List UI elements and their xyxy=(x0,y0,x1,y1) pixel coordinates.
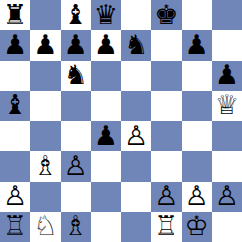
square-e7[interactable]: ♞ xyxy=(121,30,151,60)
black-knight-icon: ♞ xyxy=(64,61,88,88)
square-f3[interactable] xyxy=(151,151,181,181)
square-c3[interactable]: ♙ xyxy=(61,151,91,181)
square-b4[interactable] xyxy=(30,121,60,151)
white-pawn-icon: ♙ xyxy=(154,182,178,209)
chess-board: ♜♝♛♚♟♟♟♟♞♟♞♟♝♕♟♙♗♙♙♙♙♙♖♘♗♖♔ xyxy=(0,0,242,242)
white-king-icon: ♔ xyxy=(185,212,209,239)
square-e3[interactable] xyxy=(121,151,151,181)
square-b8[interactable] xyxy=(30,0,60,30)
square-h6[interactable]: ♟ xyxy=(212,61,242,91)
square-g8[interactable] xyxy=(182,0,212,30)
square-f5[interactable] xyxy=(151,91,181,121)
square-h1[interactable] xyxy=(212,212,242,242)
square-b7[interactable]: ♟ xyxy=(30,30,60,60)
white-pawn-icon: ♙ xyxy=(64,152,88,179)
square-e4[interactable]: ♙ xyxy=(121,121,151,151)
black-pawn-icon: ♟ xyxy=(3,31,27,58)
square-b2[interactable] xyxy=(30,182,60,212)
white-knight-icon: ♘ xyxy=(33,212,57,239)
square-c4[interactable] xyxy=(61,121,91,151)
square-d2[interactable] xyxy=(91,182,121,212)
black-pawn-icon: ♟ xyxy=(33,31,57,58)
white-queen-icon: ♕ xyxy=(215,91,239,118)
square-a4[interactable] xyxy=(0,121,30,151)
white-pawn-icon: ♙ xyxy=(215,182,239,209)
square-a7[interactable]: ♟ xyxy=(0,30,30,60)
square-d5[interactable] xyxy=(91,91,121,121)
square-h4[interactable] xyxy=(212,121,242,151)
square-g2[interactable]: ♙ xyxy=(182,182,212,212)
square-h3[interactable] xyxy=(212,151,242,181)
white-pawn-icon: ♙ xyxy=(124,122,148,149)
square-e2[interactable] xyxy=(121,182,151,212)
white-bishop-icon: ♗ xyxy=(33,152,57,179)
square-f2[interactable]: ♙ xyxy=(151,182,181,212)
white-pawn-icon: ♙ xyxy=(3,182,27,209)
square-b1[interactable]: ♘ xyxy=(30,212,60,242)
black-pawn-icon: ♟ xyxy=(94,31,118,58)
white-rook-icon: ♖ xyxy=(3,212,27,239)
square-f6[interactable] xyxy=(151,61,181,91)
white-pawn-icon: ♙ xyxy=(185,182,209,209)
square-d3[interactable] xyxy=(91,151,121,181)
black-pawn-icon: ♟ xyxy=(215,61,239,88)
black-king-icon: ♚ xyxy=(154,1,178,28)
square-c7[interactable]: ♟ xyxy=(61,30,91,60)
square-g6[interactable] xyxy=(182,61,212,91)
square-g5[interactable] xyxy=(182,91,212,121)
square-e6[interactable] xyxy=(121,61,151,91)
square-d1[interactable] xyxy=(91,212,121,242)
black-bishop-icon: ♝ xyxy=(3,91,27,118)
black-pawn-icon: ♟ xyxy=(94,122,118,149)
square-c1[interactable]: ♗ xyxy=(61,212,91,242)
square-a3[interactable] xyxy=(0,151,30,181)
square-b3[interactable]: ♗ xyxy=(30,151,60,181)
square-a8[interactable]: ♜ xyxy=(0,0,30,30)
square-g3[interactable] xyxy=(182,151,212,181)
square-f1[interactable]: ♖ xyxy=(151,212,181,242)
white-rook-icon: ♖ xyxy=(154,212,178,239)
square-g7[interactable]: ♟ xyxy=(182,30,212,60)
square-b6[interactable] xyxy=(30,61,60,91)
square-d8[interactable]: ♛ xyxy=(91,0,121,30)
square-a2[interactable]: ♙ xyxy=(0,182,30,212)
black-bishop-icon: ♝ xyxy=(64,1,88,28)
square-h5[interactable]: ♕ xyxy=(212,91,242,121)
black-pawn-icon: ♟ xyxy=(64,31,88,58)
square-g4[interactable] xyxy=(182,121,212,151)
white-bishop-icon: ♗ xyxy=(64,212,88,239)
square-e1[interactable] xyxy=(121,212,151,242)
square-d4[interactable]: ♟ xyxy=(91,121,121,151)
black-queen-icon: ♛ xyxy=(94,1,118,28)
square-h8[interactable] xyxy=(212,0,242,30)
square-e8[interactable] xyxy=(121,0,151,30)
square-a1[interactable]: ♖ xyxy=(0,212,30,242)
square-a6[interactable] xyxy=(0,61,30,91)
square-f7[interactable] xyxy=(151,30,181,60)
black-knight-icon: ♞ xyxy=(124,31,148,58)
square-a5[interactable]: ♝ xyxy=(0,91,30,121)
square-d7[interactable]: ♟ xyxy=(91,30,121,60)
square-h7[interactable] xyxy=(212,30,242,60)
square-b5[interactable] xyxy=(30,91,60,121)
square-c5[interactable] xyxy=(61,91,91,121)
square-f4[interactable] xyxy=(151,121,181,151)
square-c2[interactable] xyxy=(61,182,91,212)
square-h2[interactable]: ♙ xyxy=(212,182,242,212)
square-d6[interactable] xyxy=(91,61,121,91)
black-rook-icon: ♜ xyxy=(3,1,27,28)
square-c6[interactable]: ♞ xyxy=(61,61,91,91)
square-c8[interactable]: ♝ xyxy=(61,0,91,30)
square-f8[interactable]: ♚ xyxy=(151,0,181,30)
black-pawn-icon: ♟ xyxy=(185,31,209,58)
square-g1[interactable]: ♔ xyxy=(182,212,212,242)
square-e5[interactable] xyxy=(121,91,151,121)
